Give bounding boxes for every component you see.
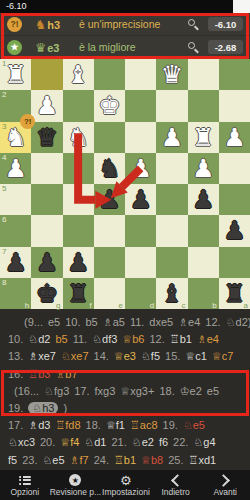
- square-g4[interactable]: [31, 153, 62, 184]
- square-d1[interactable]: [125, 59, 156, 90]
- square-a7[interactable]: [219, 247, 250, 278]
- rank-label-2: 2: [2, 90, 6, 99]
- square-f5[interactable]: [63, 184, 94, 215]
- black-pawn-a6[interactable]: ♟: [223, 215, 245, 246]
- move-token[interactable]: f5: [8, 454, 17, 466]
- toolbar-item-forward[interactable]: Avanti: [200, 470, 250, 500]
- move-token[interactable]: ♗b7: [55, 368, 77, 380]
- piece-figurine-icon: ♖: [28, 368, 38, 381]
- square-f3[interactable]: ♞: [63, 122, 94, 153]
- move-list-line-7: 17.♗d3♖fd818.♕f1♖ac819.♘e5: [0, 417, 250, 434]
- piece-figurine-icon: ♖: [55, 419, 65, 432]
- piece-figurine-icon: ♖: [189, 454, 199, 467]
- square-b5[interactable]: ♟: [188, 184, 219, 215]
- square-c2[interactable]: [156, 90, 187, 121]
- move-token[interactable]: 15.: [165, 350, 180, 362]
- square-a4[interactable]: [219, 153, 250, 184]
- piece-figurine-icon: ♗: [103, 316, 113, 329]
- square-f1[interactable]: ♝: [63, 59, 94, 90]
- move-token[interactable]: ♘d2: [28, 333, 50, 345]
- piece-figurine-icon: ♗: [28, 419, 38, 432]
- piece-figurine-icon: ♘: [84, 436, 94, 449]
- square-h4[interactable]: 4♟: [0, 153, 31, 184]
- square-c8[interactable]: c♝: [156, 278, 187, 309]
- move-token[interactable]: (9...: [24, 316, 43, 328]
- move-token[interactable]: ♗e4: [178, 316, 200, 328]
- file-label-b: b: [212, 301, 216, 310]
- square-b8[interactable]: b: [188, 278, 219, 309]
- square-d6[interactable]: [125, 215, 156, 246]
- move-token[interactable]: dxe5: [149, 316, 173, 328]
- square-h1[interactable]: 1♜: [0, 59, 31, 90]
- white-pawn-h4[interactable]: ♟: [4, 153, 26, 184]
- piece-figurine-icon: ♕: [120, 385, 130, 398]
- suggestion-row-best[interactable]: ★ ♛e3 è la migliore -2.68: [0, 36, 250, 59]
- chess-board: 1♜♝♛2♟♚3♞♛♞♟♜♟4♟♞♟♟5♟♟♟6♟7♟♟♟8hg♚f♜edc♝b…: [0, 59, 250, 309]
- black-pawn-e5[interactable]: ♟: [98, 184, 120, 215]
- white-pawn-b4[interactable]: ♟: [192, 153, 214, 184]
- move-list-line-3: 13.♗xe7♘xe714.♕e3♘f515.♕c1♕c7: [0, 348, 250, 365]
- toolbar-item-game-review[interactable]: ★ Revisione p...: [50, 470, 102, 500]
- piece-figurine-icon: ♗: [70, 454, 80, 467]
- square-f4[interactable]: [63, 153, 94, 184]
- move-list-line-8: ♘xc320.♕f4♘d121.♘e2f622.♘g4: [0, 434, 250, 451]
- square-a3[interactable]: ♟: [219, 122, 250, 153]
- piece-figurine-icon: ♕: [60, 436, 70, 449]
- move-token[interactable]: ♘e2: [132, 436, 154, 448]
- square-g7[interactable]: ♟: [31, 247, 62, 278]
- piece-figurine-icon: ♖: [170, 333, 180, 346]
- square-d7[interactable]: [125, 247, 156, 278]
- move-token[interactable]: ♗e4: [197, 333, 219, 345]
- toolbar-item-options[interactable]: Opzioni: [0, 470, 50, 500]
- move-list-line-2: 10.♘d2b511.♘df3♕b612.♖b1♗e4: [0, 331, 250, 348]
- square-c1[interactable]: ♛: [156, 59, 187, 90]
- move-token[interactable]: e5: [207, 385, 219, 397]
- piece-figurine-icon: ♘: [44, 385, 54, 398]
- evaluation-white-segment: [233, 0, 250, 13]
- move-token[interactable]: 12.: [205, 316, 220, 328]
- move-token[interactable]: (16...: [14, 385, 39, 397]
- piece-figurine-icon: ♕: [141, 454, 151, 467]
- toolbar-item-back[interactable]: Indietro: [151, 470, 201, 500]
- square-e2[interactable]: ♚: [94, 90, 125, 121]
- board-grid: 1♜♝♛2♟♚3♞♛♞♟♜♟4♟♞♟♟5♟♟♟6♟7♟♟♟8hg♚f♜edc♝b…: [0, 59, 250, 309]
- move-token[interactable]: 12.: [149, 333, 164, 345]
- square-b3[interactable]: ♜: [188, 122, 219, 153]
- queen-figurine-icon: ♛: [35, 40, 46, 55]
- black-pawn-h7[interactable]: ♟: [4, 247, 26, 278]
- piece-figurine-icon: ♗: [197, 333, 207, 346]
- white-bishop-f1[interactable]: ♝: [67, 59, 89, 90]
- black-pawn-f7[interactable]: ♟: [67, 247, 89, 278]
- white-pawn-g2[interactable]: ♟: [36, 90, 58, 121]
- square-h6[interactable]: 6: [0, 215, 31, 246]
- magnifier-icon[interactable]: [187, 41, 199, 53]
- piece-figurine-icon: ♖: [114, 454, 124, 467]
- move-token[interactable]: fxg3: [95, 385, 116, 397]
- move-token[interactable]: 13.: [8, 350, 23, 362]
- engine-suggestions-panel: ?! ♞h3 è un'imprecisione -6.10 ★ ♛e3 è l…: [0, 13, 250, 59]
- move-token[interactable]: ♗f7: [70, 454, 89, 466]
- square-d3[interactable]: [125, 122, 156, 153]
- square-a1[interactable]: [219, 59, 250, 90]
- move-token[interactable]: ♕b8: [141, 454, 163, 466]
- square-a8[interactable]: a♜: [219, 278, 250, 309]
- toolbar-item-settings[interactable]: ⚙ Impostazioni: [101, 470, 151, 500]
- move-token[interactable]: ♕e3: [114, 350, 136, 362]
- square-h7[interactable]: 7♟: [0, 247, 31, 278]
- piece-figurine-icon: ♘: [141, 350, 151, 363]
- move-token[interactable]: ♘e5: [42, 454, 64, 466]
- square-g1[interactable]: [31, 59, 62, 90]
- white-king-e2[interactable]: ♚: [98, 90, 120, 121]
- file-label-e: e: [119, 301, 123, 310]
- square-c5[interactable]: [156, 184, 187, 215]
- square-c4[interactable]: [156, 153, 187, 184]
- move-token[interactable]: 17.: [74, 385, 89, 397]
- move-token[interactable]: ♘e5: [183, 419, 205, 431]
- move-token[interactable]: ♖xd1: [189, 454, 217, 466]
- knight-figurine-icon: ♞: [35, 17, 46, 32]
- square-e6[interactable]: [94, 215, 125, 246]
- suggestion-row-inaccuracy[interactable]: ?! ♞h3 è un'imprecisione -6.10: [0, 13, 250, 36]
- eval-badge: -6.10: [208, 17, 243, 31]
- piece-figurine-icon: ♘: [61, 350, 71, 363]
- square-e1[interactable]: [94, 59, 125, 90]
- file-label-h: h: [25, 301, 29, 310]
- move-token[interactable]: 18.: [159, 385, 174, 397]
- move-token[interactable]: ♕xg3+: [120, 385, 154, 397]
- current-move-chip[interactable]: ♘h3: [28, 402, 58, 414]
- move-token[interactable]: 21.: [111, 436, 126, 448]
- move-token[interactable]: ♕b6: [122, 333, 144, 345]
- move-token[interactable]: 23.: [22, 454, 37, 466]
- white-rook-b3[interactable]: ♜: [192, 122, 214, 153]
- move-token[interactable]: ♘xc3: [8, 436, 35, 448]
- move-list-line-4: 16.♖b3♗b7: [0, 366, 250, 383]
- square-f6[interactable]: [63, 215, 94, 246]
- move-token[interactable]: 19.: [163, 419, 178, 431]
- square-b4[interactable]: ♟: [188, 153, 219, 184]
- forward-chevron-icon: [219, 474, 231, 487]
- square-e8[interactable]: e: [94, 278, 125, 309]
- move-token[interactable]: b5: [86, 316, 98, 328]
- piece-figurine-icon: ♗: [178, 316, 188, 329]
- piece-figurine-icon: ♘: [183, 419, 193, 432]
- eval-badge: -2.68: [208, 40, 243, 54]
- played-move: ♞h3: [35, 17, 79, 32]
- piece-figurine-icon: ♘: [8, 436, 18, 449]
- move-token[interactable]: ♖ac8: [130, 419, 158, 431]
- square-h5[interactable]: 5: [0, 184, 31, 215]
- black-rook-a8[interactable]: ♜: [223, 278, 245, 309]
- move-list: (9...e510.b5♗a511.dxe5♗e412.♘d2)10.♘d2b5…: [0, 309, 250, 470]
- move-token[interactable]: ♘g4: [193, 436, 215, 448]
- square-g2[interactable]: ♟: [31, 90, 62, 121]
- piece-figurine-icon: ♘: [92, 333, 102, 346]
- move-token[interactable]: ♘d2): [226, 316, 250, 328]
- move-token[interactable]: ♗xe7: [28, 350, 56, 362]
- move-comment: è la migliore: [79, 41, 187, 53]
- piece-figurine-icon: ♘: [226, 316, 236, 329]
- square-h8[interactable]: 8h: [0, 278, 31, 309]
- move-token[interactable]: 19.: [8, 402, 23, 414]
- move-token[interactable]: ♔e2: [180, 385, 202, 397]
- square-f8[interactable]: f♜: [63, 278, 94, 309]
- game-review-star-icon: ★: [69, 474, 81, 487]
- square-a5[interactable]: [219, 184, 250, 215]
- move-token[interactable]: ): [63, 402, 67, 414]
- inaccuracy-square-badge: ?!: [20, 114, 35, 129]
- move-token[interactable]: ♗a5: [103, 316, 125, 328]
- bottom-toolbar: Opzioni ★ Revisione p... ⚙ Impostazioni …: [0, 470, 250, 500]
- move-token[interactable]: f6: [159, 436, 168, 448]
- square-f7[interactable]: ♟: [63, 247, 94, 278]
- square-g6[interactable]: [31, 215, 62, 246]
- square-b7[interactable]: [188, 247, 219, 278]
- piece-figurine-icon: ♕: [114, 350, 124, 363]
- piece-figurine-icon: ♕: [212, 350, 222, 363]
- piece-figurine-icon: ♗: [28, 350, 38, 363]
- white-queen-c1[interactable]: ♛: [161, 59, 183, 90]
- piece-figurine-icon: ♘: [28, 333, 38, 346]
- piece-figurine-icon: ♕: [106, 419, 116, 432]
- move-token[interactable]: 18.: [86, 419, 101, 431]
- move-token[interactable]: ♗d3: [28, 419, 50, 431]
- evaluation-bar: -6.10: [0, 0, 250, 13]
- move-token[interactable]: 22.: [173, 436, 188, 448]
- white-rook-h1[interactable]: ♜: [4, 59, 26, 90]
- move-comment: è un'imprecisione: [79, 18, 187, 30]
- white-pawn-c3[interactable]: ♟: [161, 122, 183, 153]
- black-knight-e4[interactable]: ♞: [98, 153, 120, 184]
- move-token[interactable]: 24.: [94, 454, 109, 466]
- move-token[interactable]: 20.: [40, 436, 55, 448]
- white-pawn-d4[interactable]: ♟: [129, 153, 151, 184]
- move-token[interactable]: 16.: [8, 368, 23, 380]
- square-d2[interactable]: [125, 90, 156, 121]
- black-king-g8[interactable]: ♚: [36, 278, 58, 309]
- move-token[interactable]: ♖fd8: [55, 419, 80, 431]
- square-b2[interactable]: [188, 90, 219, 121]
- settings-gear-icon: ⚙: [120, 474, 132, 487]
- square-g5[interactable]: [31, 184, 62, 215]
- square-g3[interactable]: ♛: [31, 122, 62, 153]
- piece-figurine-icon: ♘: [132, 436, 142, 449]
- white-pawn-a3[interactable]: ♟: [223, 122, 245, 153]
- magnifier-icon[interactable]: [187, 18, 199, 30]
- square-b1[interactable]: [188, 59, 219, 90]
- square-e4[interactable]: ♞: [94, 153, 125, 184]
- rank-label-8: 8: [2, 278, 6, 287]
- square-e5[interactable]: ♟: [94, 184, 125, 215]
- move-list-line-1: (9...e510.b5♗a511.dxe5♗e412.♘d2): [0, 314, 250, 331]
- black-rook-f8[interactable]: ♜: [67, 278, 89, 309]
- square-e3[interactable]: [94, 122, 125, 153]
- move-token[interactable]: ♖b3: [28, 368, 50, 380]
- move-token[interactable]: ♘fg3: [44, 385, 69, 397]
- move-list-line-5: (16...♘fg317.fxg3♕xg3+18.♔e2e5: [0, 383, 250, 400]
- move-token[interactable]: 10.: [65, 316, 80, 328]
- chess-analysis-app: -6.10 ?! ♞h3 è un'imprecisione -6.10 ★ ♛…: [0, 0, 250, 500]
- move-token[interactable]: ♕c1: [185, 350, 207, 362]
- piece-figurine-icon: ♘: [193, 436, 203, 449]
- move-list-line-6: 19.♘h3): [0, 400, 250, 417]
- move-token[interactable]: ♘d1: [84, 436, 106, 448]
- square-d8[interactable]: d: [125, 278, 156, 309]
- white-knight-f3[interactable]: ♞: [67, 122, 89, 153]
- piece-figurine-icon: ♔: [180, 385, 190, 398]
- rank-label-5: 5: [2, 184, 6, 193]
- inaccuracy-badge-icon: ?!: [7, 17, 22, 32]
- move-token[interactable]: ♖b1: [114, 454, 136, 466]
- square-a6[interactable]: ♟: [219, 215, 250, 246]
- square-c6[interactable]: [156, 215, 187, 246]
- file-label-f: f: [90, 301, 92, 310]
- piece-figurine-icon: ♘: [42, 454, 52, 467]
- move-token[interactable]: ♘xe7: [61, 350, 89, 362]
- black-bishop-c8[interactable]: ♝: [161, 278, 183, 309]
- move-token[interactable]: ♕f4: [60, 436, 79, 448]
- square-d4[interactable]: ♟: [125, 153, 156, 184]
- move-token[interactable]: ♕c7: [212, 350, 234, 362]
- move-list-line-9: f523.♘e5♗f724.♖b1♕b825.♖xd1: [0, 452, 250, 469]
- square-b6[interactable]: [188, 215, 219, 246]
- piece-figurine-icon: ♕: [122, 333, 132, 346]
- move-token[interactable]: ♖b1: [170, 333, 192, 345]
- move-token[interactable]: ♘f5: [141, 350, 160, 362]
- piece-figurine-icon: ♕: [185, 350, 195, 363]
- options-list-icon: [19, 474, 31, 487]
- square-e7[interactable]: [94, 247, 125, 278]
- square-a2[interactable]: [219, 90, 250, 121]
- black-pawn-b5[interactable]: ♟: [192, 184, 214, 215]
- black-pawn-d5[interactable]: ♟: [129, 184, 151, 215]
- move-token[interactable]: 17.: [8, 419, 23, 431]
- rank-label-6: 6: [2, 215, 6, 224]
- square-c7[interactable]: [156, 247, 187, 278]
- best-move: ♛e3: [35, 40, 79, 55]
- move-token[interactable]: ♕f1: [106, 419, 125, 431]
- back-chevron-icon: [170, 474, 182, 487]
- move-token[interactable]: 14.: [94, 350, 109, 362]
- move-token[interactable]: b5: [55, 333, 67, 345]
- move-token[interactable]: 25.: [168, 454, 183, 466]
- evaluation-value: -6.10: [6, 1, 27, 11]
- black-pawn-g7[interactable]: ♟: [36, 247, 58, 278]
- black-queen-g3[interactable]: ♛: [36, 122, 58, 153]
- piece-figurine-icon: ♗: [55, 368, 65, 381]
- square-f2[interactable]: [63, 90, 94, 121]
- move-token[interactable]: 11.: [73, 333, 87, 345]
- move-token[interactable]: 11.: [130, 316, 144, 328]
- square-d5[interactable]: ♟: [125, 184, 156, 215]
- square-g8[interactable]: g♚: [31, 278, 62, 309]
- file-label-d: d: [150, 301, 154, 310]
- best-move-badge-icon: ★: [7, 40, 22, 55]
- move-token[interactable]: 10.: [8, 333, 23, 345]
- square-c3[interactable]: ♟: [156, 122, 187, 153]
- piece-figurine-icon: ♖: [130, 419, 140, 432]
- move-token[interactable]: ♘df3: [92, 333, 117, 345]
- move-token[interactable]: e5: [48, 316, 60, 328]
- piece-figurine-icon: ♘: [32, 402, 42, 415]
